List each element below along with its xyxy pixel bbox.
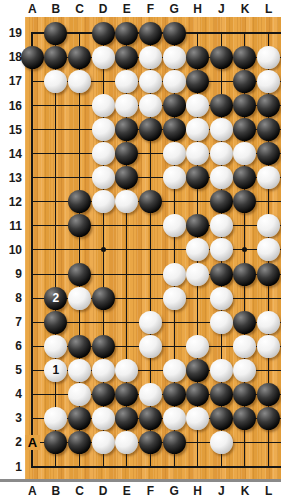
stone-white-F7[interactable] <box>139 311 162 334</box>
stone-black-C3[interactable] <box>68 407 91 430</box>
move-number-B5: 1 <box>53 364 60 376</box>
column-label-top-H: H <box>193 3 202 15</box>
stone-white-K5[interactable] <box>233 359 256 382</box>
column-label-bottom-C: C <box>75 485 84 497</box>
column-label-bottom-L: L <box>265 485 272 497</box>
stone-black-K13[interactable] <box>233 166 256 189</box>
column-label-top-C: C <box>75 3 84 15</box>
stone-black-J16[interactable] <box>210 94 233 117</box>
stone-black-E18[interactable] <box>115 46 138 69</box>
row-label-15: 15 <box>2 124 22 136</box>
stone-white-F16[interactable] <box>139 94 162 117</box>
stone-black-L4[interactable] <box>257 383 280 406</box>
stone-black-E4[interactable] <box>115 383 138 406</box>
stone-white-G13[interactable] <box>163 166 186 189</box>
stone-white-E16[interactable] <box>115 94 138 117</box>
stone-black-E3[interactable] <box>115 407 138 430</box>
point-label-A2[interactable]: A <box>25 435 40 450</box>
row-label-1: 1 <box>2 461 22 473</box>
stone-black-H5[interactable] <box>186 359 209 382</box>
stone-black-L9[interactable] <box>257 263 280 286</box>
stone-black-C6[interactable] <box>68 335 91 358</box>
stone-black-G2[interactable] <box>163 431 186 454</box>
stone-white-F18[interactable] <box>139 46 162 69</box>
stone-black-G16[interactable] <box>163 94 186 117</box>
row-label-2: 2 <box>2 436 22 448</box>
stone-black-J9[interactable] <box>210 263 233 286</box>
stone-white-D5[interactable] <box>92 359 115 382</box>
stone-black-C12[interactable] <box>68 190 91 213</box>
stone-white-L11[interactable] <box>257 214 280 237</box>
stone-white-C5[interactable] <box>68 359 91 382</box>
move-number-B8: 2 <box>53 292 60 304</box>
stone-black-C18[interactable] <box>68 46 91 69</box>
board-footer-divider <box>0 479 281 482</box>
stone-white-J10[interactable] <box>210 238 233 261</box>
column-label-top-A: A <box>28 3 37 15</box>
stone-black-H4[interactable] <box>186 383 209 406</box>
row-label-6: 6 <box>2 340 22 352</box>
row-label-12: 12 <box>2 196 22 208</box>
stone-white-D13[interactable] <box>92 166 115 189</box>
stone-black-J4[interactable] <box>210 383 233 406</box>
stone-black-D8[interactable] <box>92 287 115 310</box>
column-label-bottom-D: D <box>99 485 108 497</box>
stone-black-L15[interactable] <box>257 118 280 141</box>
row-label-17: 17 <box>2 75 22 87</box>
column-label-bottom-F: F <box>147 485 154 497</box>
stone-white-L6[interactable] <box>257 335 280 358</box>
hoshi-K10 <box>242 247 247 252</box>
column-label-bottom-B: B <box>52 485 61 497</box>
stone-black-J18[interactable] <box>210 46 233 69</box>
row-label-14: 14 <box>2 148 22 160</box>
stone-black-K17[interactable] <box>233 70 256 93</box>
row-label-13: 13 <box>2 172 22 184</box>
stone-white-E5[interactable] <box>115 359 138 382</box>
stone-white-B17[interactable] <box>44 70 67 93</box>
stone-black-G19[interactable] <box>163 22 186 45</box>
stone-white-H14[interactable] <box>186 142 209 165</box>
stone-black-L16[interactable] <box>257 94 280 117</box>
stone-black-K18[interactable] <box>233 46 256 69</box>
stone-white-E2[interactable] <box>115 431 138 454</box>
stone-white-G3[interactable] <box>163 407 186 430</box>
stone-white-G5[interactable] <box>163 359 186 382</box>
stone-black-H17[interactable] <box>186 70 209 93</box>
stone-black-D4[interactable] <box>92 383 115 406</box>
stone-black-D19[interactable] <box>92 22 115 45</box>
stone-black-F2[interactable] <box>139 431 162 454</box>
column-label-bottom-J: J <box>218 485 225 497</box>
stone-black-L3[interactable] <box>257 407 280 430</box>
stone-black-G4[interactable] <box>163 383 186 406</box>
go-diagram: 21A ABCDEFGHJKL 191817161514131211109876… <box>0 0 281 500</box>
stone-black-L14[interactable] <box>257 142 280 165</box>
stone-white-J13[interactable] <box>210 166 233 189</box>
stone-black-B18[interactable] <box>44 46 67 69</box>
stone-white-H9[interactable] <box>186 263 209 286</box>
stone-white-C4[interactable] <box>68 383 91 406</box>
column-label-top-E: E <box>123 3 131 15</box>
stone-white-J11[interactable] <box>210 214 233 237</box>
column-label-top-L: L <box>265 3 272 15</box>
stone-white-G18[interactable] <box>163 46 186 69</box>
stone-black-E15[interactable] <box>115 118 138 141</box>
stone-white-L18[interactable] <box>257 46 280 69</box>
stone-white-C8[interactable] <box>68 287 91 310</box>
stone-white-J7[interactable] <box>210 311 233 334</box>
stone-black-K9[interactable] <box>233 263 256 286</box>
row-label-9: 9 <box>2 268 22 280</box>
stone-black-F3[interactable] <box>139 407 162 430</box>
stone-black-F15[interactable] <box>139 118 162 141</box>
stone-white-G14[interactable] <box>163 142 186 165</box>
row-label-11: 11 <box>2 220 22 232</box>
stone-white-D14[interactable] <box>92 142 115 165</box>
stone-black-C9[interactable] <box>68 263 91 286</box>
stone-white-H6[interactable] <box>186 335 209 358</box>
stone-white-L10[interactable] <box>257 238 280 261</box>
stone-black-E13[interactable] <box>115 166 138 189</box>
stone-black-A18[interactable] <box>21 46 44 69</box>
column-label-bottom-G: G <box>169 485 178 497</box>
row-label-7: 7 <box>2 316 22 328</box>
stone-white-H15[interactable] <box>186 118 209 141</box>
row-label-4: 4 <box>2 388 22 400</box>
column-label-top-D: D <box>99 3 108 15</box>
stone-white-G8[interactable] <box>163 287 186 310</box>
grid-horizontal-1 <box>31 466 281 468</box>
stone-white-J5[interactable] <box>210 359 233 382</box>
stone-black-K7[interactable] <box>233 311 256 334</box>
stone-black-B2[interactable] <box>44 431 67 454</box>
stone-white-F6[interactable] <box>139 335 162 358</box>
stone-black-J3[interactable] <box>210 407 233 430</box>
stone-black-K16[interactable] <box>233 94 256 117</box>
stone-white-L17[interactable] <box>257 70 280 93</box>
stone-black-F12[interactable] <box>139 190 162 213</box>
stone-black-B7[interactable] <box>44 311 67 334</box>
stone-white-D16[interactable] <box>92 94 115 117</box>
stone-black-H18[interactable] <box>186 46 209 69</box>
row-label-18: 18 <box>2 51 22 63</box>
column-label-top-G: G <box>169 3 178 15</box>
stone-white-B5[interactable]: 1 <box>44 359 67 382</box>
stone-black-E14[interactable] <box>115 142 138 165</box>
column-label-top-K: K <box>241 3 250 15</box>
stone-white-F4[interactable] <box>139 383 162 406</box>
stone-white-L7[interactable] <box>257 311 280 334</box>
stone-black-C11[interactable] <box>68 214 91 237</box>
column-label-bottom-K: K <box>241 485 250 497</box>
stone-black-K12[interactable] <box>233 190 256 213</box>
column-label-top-F: F <box>147 3 154 15</box>
stone-white-D3[interactable] <box>92 407 115 430</box>
column-label-bottom-E: E <box>123 485 131 497</box>
row-label-19: 19 <box>2 27 22 39</box>
stone-white-J2[interactable] <box>210 431 233 454</box>
stone-white-D15[interactable] <box>92 118 115 141</box>
stone-white-D18[interactable] <box>92 46 115 69</box>
stone-white-G17[interactable] <box>163 70 186 93</box>
stone-white-C17[interactable] <box>68 70 91 93</box>
row-label-5: 5 <box>2 364 22 376</box>
stone-white-J14[interactable] <box>210 142 233 165</box>
stone-white-J8[interactable] <box>210 287 233 310</box>
column-label-top-B: B <box>52 3 61 15</box>
stone-black-F19[interactable] <box>139 22 162 45</box>
stone-white-G11[interactable] <box>163 214 186 237</box>
stone-white-K6[interactable] <box>233 335 256 358</box>
stone-white-K14[interactable] <box>233 142 256 165</box>
stone-black-K3[interactable] <box>233 407 256 430</box>
stone-white-B6[interactable] <box>44 335 67 358</box>
stone-black-H13[interactable] <box>186 166 209 189</box>
stone-white-F17[interactable] <box>139 70 162 93</box>
stone-white-B3[interactable] <box>44 407 67 430</box>
stone-black-B8[interactable]: 2 <box>44 287 67 310</box>
row-label-8: 8 <box>2 292 22 304</box>
stone-black-B19[interactable] <box>44 22 67 45</box>
stone-black-G15[interactable] <box>163 118 186 141</box>
stone-white-D12[interactable] <box>92 190 115 213</box>
stone-white-G9[interactable] <box>163 263 186 286</box>
stone-black-H11[interactable] <box>186 214 209 237</box>
stone-white-J15[interactable] <box>210 118 233 141</box>
stone-black-D6[interactable] <box>92 335 115 358</box>
row-label-10: 10 <box>2 244 22 256</box>
stone-white-L13[interactable] <box>257 166 280 189</box>
stone-black-E19[interactable] <box>115 22 138 45</box>
stone-white-H16[interactable] <box>186 94 209 117</box>
stone-white-E12[interactable] <box>115 190 138 213</box>
stone-black-C2[interactable] <box>68 431 91 454</box>
column-label-bottom-H: H <box>193 485 202 497</box>
stone-white-H10[interactable] <box>186 238 209 261</box>
stone-black-K4[interactable] <box>233 383 256 406</box>
stone-black-J12[interactable] <box>210 190 233 213</box>
row-label-3: 3 <box>2 412 22 424</box>
stone-white-D2[interactable] <box>92 431 115 454</box>
stone-black-K15[interactable] <box>233 118 256 141</box>
go-board[interactable]: 21A <box>25 17 281 479</box>
column-label-top-J: J <box>218 3 225 15</box>
column-label-bottom-A: A <box>28 485 37 497</box>
row-label-16: 16 <box>2 100 22 112</box>
hoshi-D10 <box>101 247 106 252</box>
stone-white-E17[interactable] <box>115 70 138 93</box>
stone-white-H3[interactable] <box>186 407 209 430</box>
